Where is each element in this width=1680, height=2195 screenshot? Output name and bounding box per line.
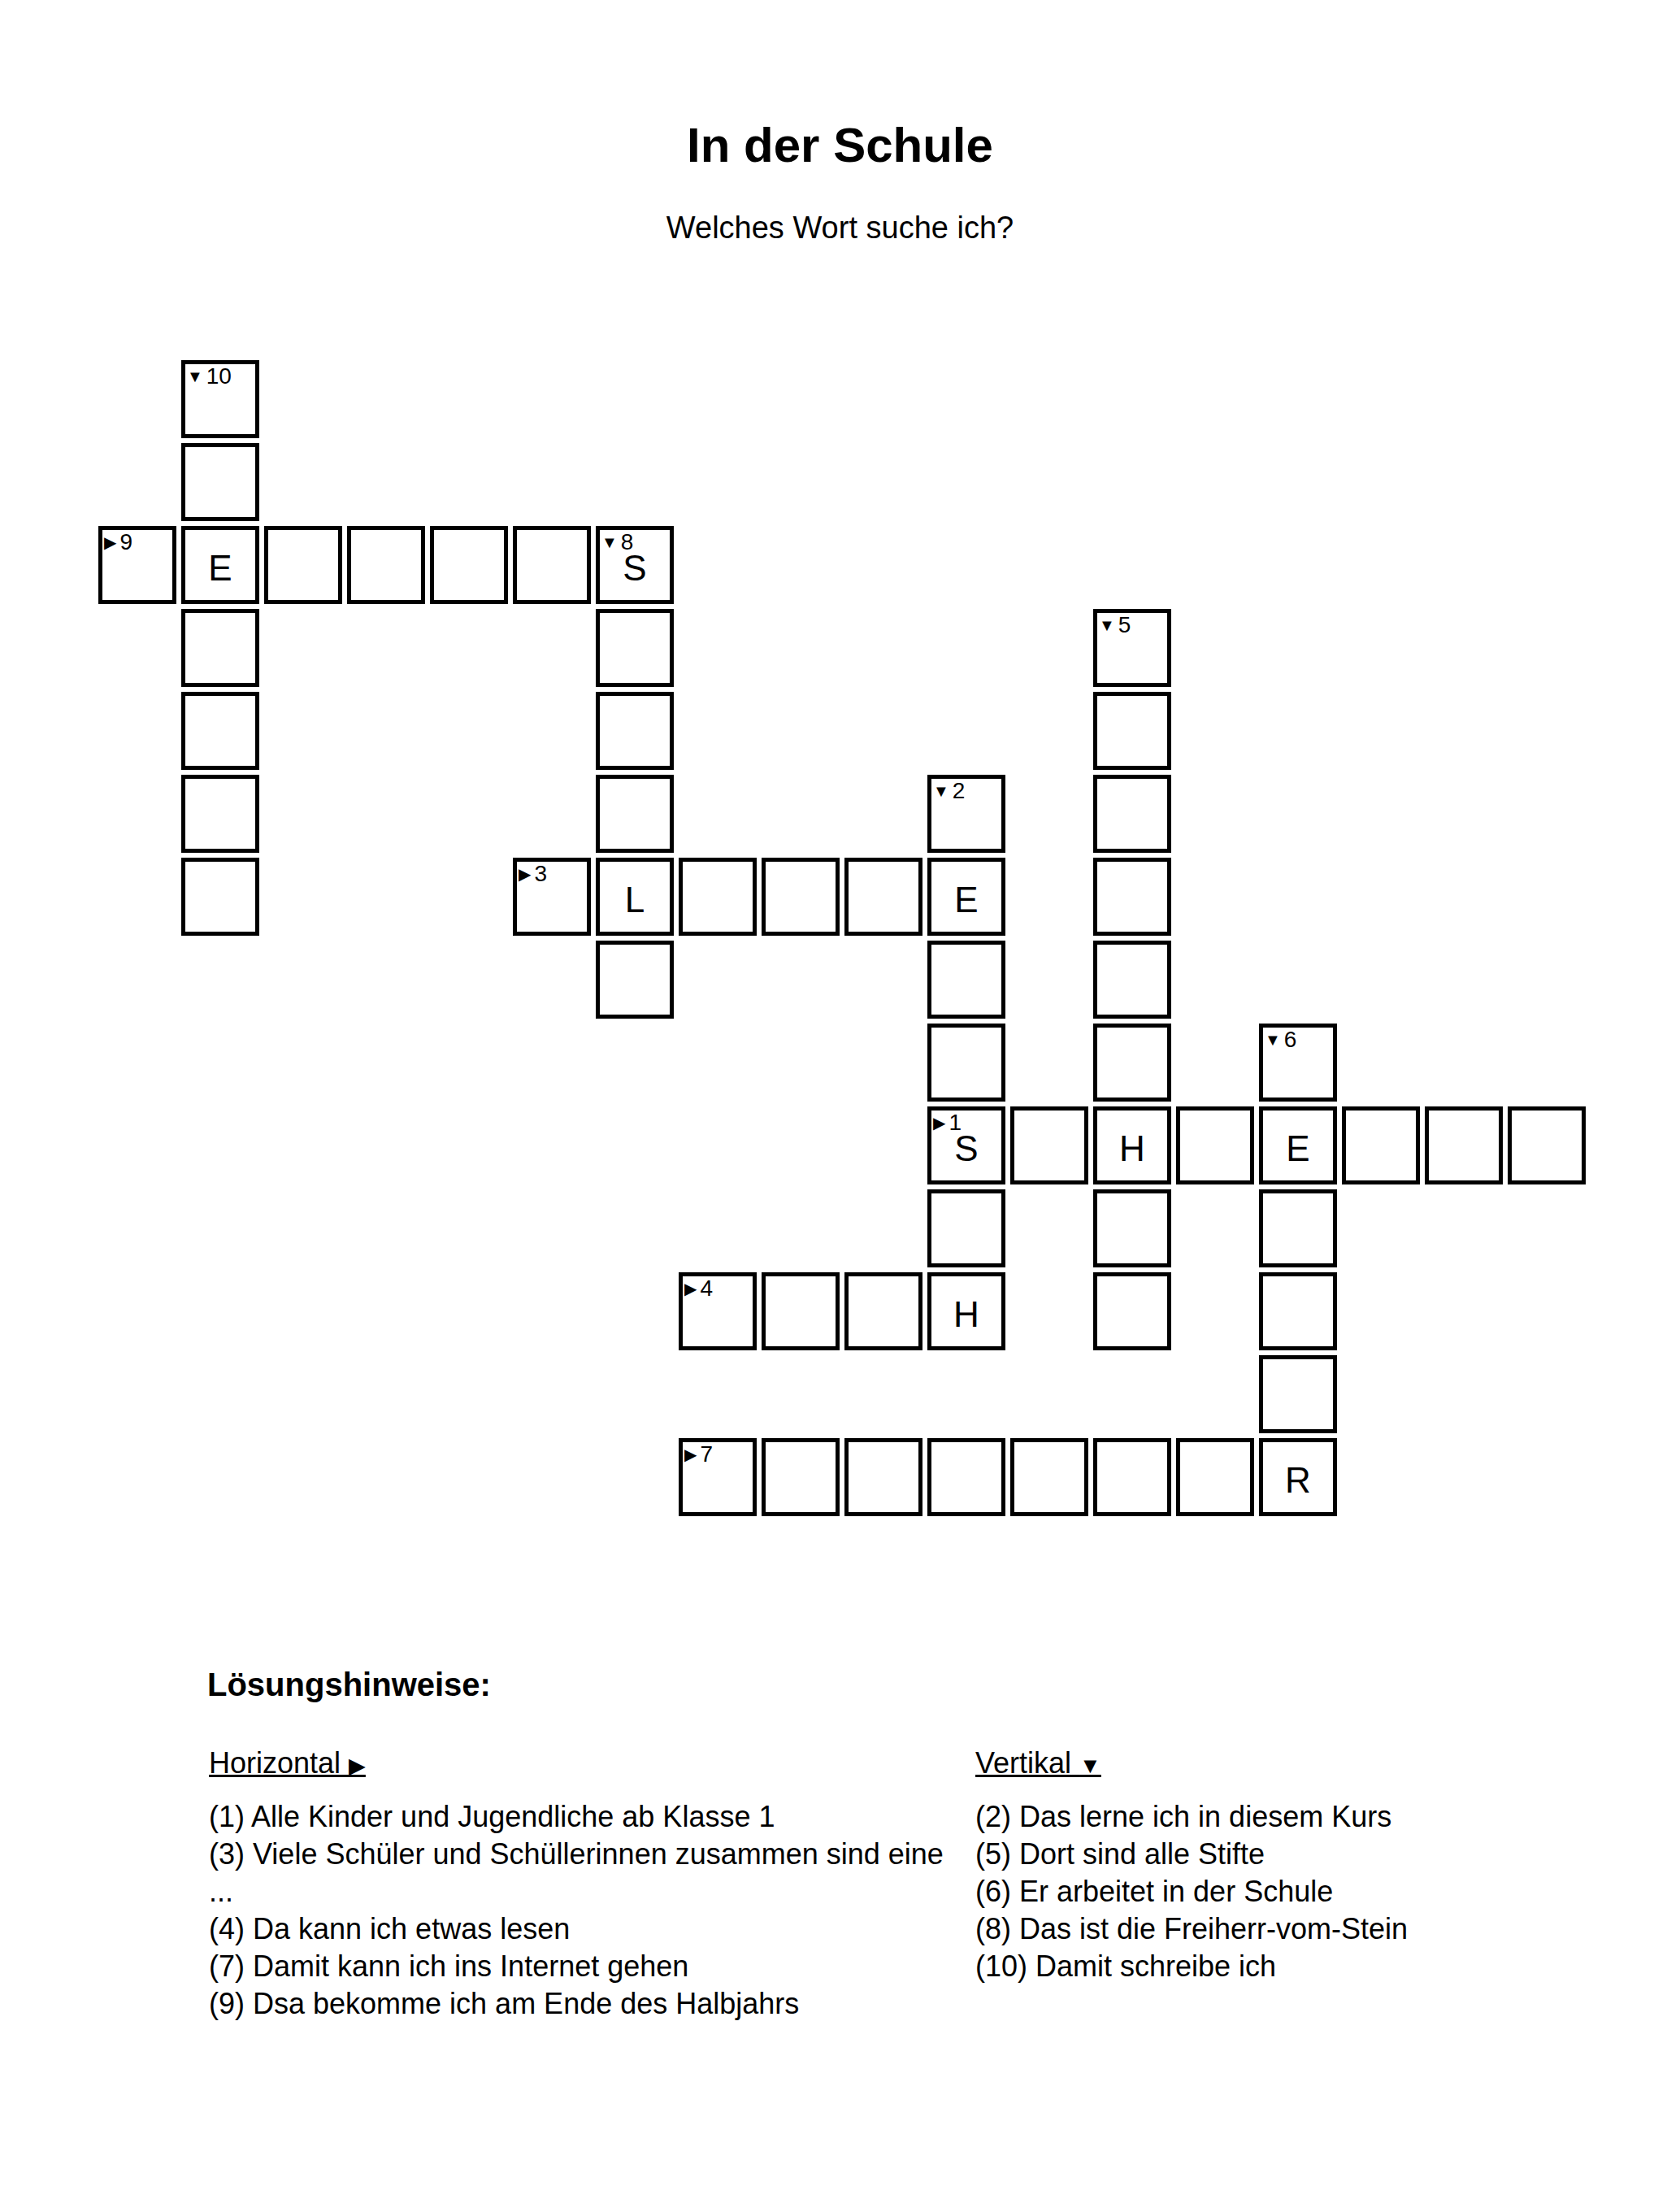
puzzle-subtitle: Welches Wort suche ich? bbox=[0, 211, 1680, 246]
grid-cell[interactable]: ▼5 bbox=[1093, 609, 1171, 687]
clue-number: ▼6 bbox=[1265, 1028, 1296, 1051]
clue-number-text: 3 bbox=[534, 863, 547, 885]
grid-cell[interactable] bbox=[181, 692, 259, 770]
down-clue-list: (2) Das lerne ich in diesem Kurs(5) Dort… bbox=[975, 1798, 1642, 1985]
given-letter: L bbox=[625, 876, 645, 918]
grid-cell[interactable] bbox=[927, 1438, 1005, 1516]
clue-number: ▶4 bbox=[684, 1277, 713, 1300]
given-letter: E bbox=[1286, 1124, 1309, 1167]
grid-cell[interactable]: ▼2 bbox=[927, 775, 1005, 853]
across-header-label: Horizontal bbox=[209, 1746, 341, 1780]
down-arrow-icon: ▼ bbox=[601, 534, 618, 550]
clues-heading: Lösungshinweise: bbox=[207, 1667, 491, 1703]
puzzle-title: In der Schule bbox=[0, 119, 1680, 172]
grid-cell[interactable] bbox=[1093, 692, 1171, 770]
grid-cell[interactable] bbox=[1176, 1106, 1254, 1184]
clue-item: (8) Das ist die Freiherr-vom-Stein bbox=[975, 1910, 1642, 1948]
grid-cell[interactable] bbox=[1259, 1189, 1337, 1267]
grid-cell[interactable] bbox=[596, 609, 674, 687]
grid-cell[interactable] bbox=[927, 1024, 1005, 1102]
grid-cell[interactable] bbox=[762, 1272, 840, 1350]
grid-cell[interactable] bbox=[762, 858, 840, 936]
grid-cell[interactable]: L bbox=[596, 858, 674, 936]
down-arrow-icon: ▼ bbox=[1099, 617, 1115, 633]
clue-number-text: 2 bbox=[953, 780, 966, 802]
worksheet-page: In der Schule Welches Wort suche ich? ▼1… bbox=[0, 0, 1680, 2195]
clue-number-text: 7 bbox=[700, 1443, 713, 1466]
across-arrow-icon: ▶ bbox=[684, 1446, 697, 1463]
grid-cell[interactable] bbox=[513, 526, 591, 604]
clue-item: (1) Alle Kinder und Jugendliche ab Klass… bbox=[209, 1798, 965, 1836]
grid-cell[interactable]: ▼6 bbox=[1259, 1024, 1337, 1102]
down-header-label: Vertikal bbox=[975, 1746, 1071, 1780]
grid-cell[interactable] bbox=[927, 941, 1005, 1019]
down-arrow-icon: ▼ bbox=[1079, 1754, 1101, 1778]
grid-cell[interactable] bbox=[1259, 1355, 1337, 1433]
grid-cell[interactable] bbox=[264, 526, 342, 604]
given-letter: R bbox=[1285, 1456, 1311, 1498]
across-arrow-icon: ▶ bbox=[349, 1754, 366, 1778]
grid-cell[interactable]: ▶4 bbox=[679, 1272, 757, 1350]
grid-cell[interactable] bbox=[1425, 1106, 1503, 1184]
grid-cell[interactable]: ▶7 bbox=[679, 1438, 757, 1516]
grid-cell[interactable]: ▶1S bbox=[927, 1106, 1005, 1184]
across-arrow-icon: ▶ bbox=[684, 1280, 697, 1297]
clue-number-text: 4 bbox=[700, 1277, 713, 1300]
grid-cell[interactable]: ▼10 bbox=[181, 360, 259, 438]
clue-number: ▶3 bbox=[519, 863, 547, 885]
clue-number: ▶9 bbox=[104, 531, 132, 554]
grid-cell[interactable] bbox=[181, 609, 259, 687]
across-clue-list: (1) Alle Kinder und Jugendliche ab Klass… bbox=[209, 1798, 965, 2023]
down-clues-header: Vertikal ▼ bbox=[975, 1745, 1642, 1784]
grid-cell[interactable] bbox=[1010, 1106, 1088, 1184]
across-clues-section: Horizontal ▶ (1) Alle Kinder und Jugendl… bbox=[209, 1745, 965, 2023]
grid-cell[interactable] bbox=[844, 1438, 922, 1516]
grid-cell[interactable] bbox=[596, 941, 674, 1019]
clue-item: (4) Da kann ich etwas lesen bbox=[209, 1910, 965, 1948]
grid-cell[interactable]: ▶9 bbox=[98, 526, 176, 604]
down-clues-section: Vertikal ▼ (2) Das lerne ich in diesem K… bbox=[975, 1745, 1642, 1985]
grid-cell[interactable]: R bbox=[1259, 1438, 1337, 1516]
given-letter: H bbox=[953, 1290, 979, 1332]
grid-cell[interactable]: H bbox=[1093, 1106, 1171, 1184]
clue-item: (2) Das lerne ich in diesem Kurs bbox=[975, 1798, 1642, 1836]
grid-cell[interactable] bbox=[181, 858, 259, 936]
grid-cell[interactable] bbox=[1093, 941, 1171, 1019]
given-letter: E bbox=[208, 544, 232, 586]
clue-number-text: 10 bbox=[206, 365, 232, 388]
grid-cell[interactable] bbox=[844, 858, 922, 936]
grid-cell[interactable] bbox=[347, 526, 425, 604]
down-arrow-icon: ▼ bbox=[933, 783, 949, 799]
grid-cell[interactable]: ▼8S bbox=[596, 526, 674, 604]
across-arrow-icon: ▶ bbox=[933, 1115, 945, 1131]
grid-cell[interactable] bbox=[679, 858, 757, 936]
grid-cell[interactable]: E bbox=[181, 526, 259, 604]
clue-number: ▶1 bbox=[933, 1111, 962, 1134]
grid-cell[interactable] bbox=[762, 1438, 840, 1516]
grid-cell[interactable] bbox=[430, 526, 508, 604]
down-arrow-icon: ▼ bbox=[187, 368, 203, 385]
grid-cell[interactable] bbox=[181, 443, 259, 521]
clue-number: ▼5 bbox=[1099, 614, 1131, 637]
grid-cell[interactable] bbox=[181, 775, 259, 853]
clue-item: (7) Damit kann ich ins Internet gehen bbox=[209, 1948, 965, 1985]
given-letter: H bbox=[1119, 1124, 1145, 1167]
clue-item: (5) Dort sind alle Stifte bbox=[975, 1836, 1642, 1873]
grid-cell[interactable] bbox=[596, 692, 674, 770]
clue-item: (6) Er arbeitet in der Schule bbox=[975, 1873, 1642, 1910]
grid-cell[interactable] bbox=[1176, 1438, 1254, 1516]
clue-number: ▼10 bbox=[187, 365, 232, 388]
down-arrow-icon: ▼ bbox=[1265, 1032, 1281, 1048]
across-clues-header: Horizontal ▶ bbox=[209, 1745, 965, 1784]
grid-cell[interactable] bbox=[927, 1189, 1005, 1267]
grid-cell[interactable]: E bbox=[1259, 1106, 1337, 1184]
grid-cell[interactable] bbox=[1093, 1438, 1171, 1516]
given-letter: E bbox=[954, 876, 978, 918]
grid-cell[interactable] bbox=[1342, 1106, 1420, 1184]
grid-cell[interactable]: ▶3 bbox=[513, 858, 591, 936]
grid-cell[interactable] bbox=[1508, 1106, 1586, 1184]
across-arrow-icon: ▶ bbox=[104, 534, 116, 550]
grid-cell[interactable] bbox=[1093, 775, 1171, 853]
grid-cell[interactable] bbox=[1093, 1024, 1171, 1102]
grid-cell[interactable]: H bbox=[927, 1272, 1005, 1350]
clue-number-text: 1 bbox=[949, 1111, 962, 1134]
across-arrow-icon: ▶ bbox=[519, 866, 531, 882]
grid-cell[interactable]: E bbox=[927, 858, 1005, 936]
grid-cell[interactable] bbox=[844, 1272, 922, 1350]
clue-number-text: 5 bbox=[1118, 614, 1131, 637]
grid-cell[interactable] bbox=[1010, 1438, 1088, 1516]
crossword-grid: ▼10▶9E▼8S▼5▼2▶3LE▼6▶1SHE▶4H▶7R bbox=[98, 360, 1586, 1516]
grid-cell[interactable] bbox=[1093, 1272, 1171, 1350]
grid-cell[interactable] bbox=[1093, 1189, 1171, 1267]
clue-item: (3) Viele Schüler und Schüllerinnen zusa… bbox=[209, 1836, 965, 1910]
clue-number-text: 8 bbox=[621, 531, 634, 554]
grid-cell[interactable] bbox=[1093, 858, 1171, 936]
clue-number-text: 6 bbox=[1284, 1028, 1297, 1051]
grid-cell[interactable] bbox=[596, 775, 674, 853]
clue-item: (10) Damit schreibe ich bbox=[975, 1948, 1642, 1985]
grid-cell[interactable] bbox=[1259, 1272, 1337, 1350]
clue-item: (9) Dsa bekomme ich am Ende des Halbjahr… bbox=[209, 1985, 965, 2023]
clue-number: ▶7 bbox=[684, 1443, 713, 1466]
clue-number: ▼8 bbox=[601, 531, 633, 554]
clue-number: ▼2 bbox=[933, 780, 965, 802]
clue-number-text: 9 bbox=[119, 531, 132, 554]
